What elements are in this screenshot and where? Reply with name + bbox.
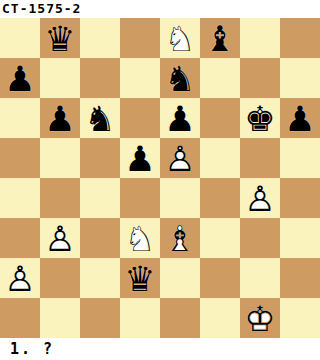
square-c2[interactable] bbox=[80, 258, 120, 298]
square-f7[interactable] bbox=[200, 58, 240, 98]
square-g6[interactable]: ♚ bbox=[240, 98, 280, 138]
square-a1[interactable] bbox=[0, 298, 40, 338]
square-h5[interactable] bbox=[280, 138, 320, 178]
square-b2[interactable] bbox=[40, 258, 80, 298]
square-d8[interactable] bbox=[120, 18, 160, 58]
piece-black-queen: ♛ bbox=[120, 258, 160, 298]
square-g3[interactable] bbox=[240, 218, 280, 258]
piece-white-king-outline: ♔ bbox=[240, 298, 280, 338]
piece-black-queen: ♛ bbox=[40, 18, 80, 58]
square-c7[interactable] bbox=[80, 58, 120, 98]
piece-white-pawn-outline: ♙ bbox=[40, 218, 80, 258]
square-b6[interactable]: ♟ bbox=[40, 98, 80, 138]
square-f5[interactable] bbox=[200, 138, 240, 178]
square-h6[interactable]: ♟ bbox=[280, 98, 320, 138]
square-g4[interactable]: ♟♙ bbox=[240, 178, 280, 218]
square-f1[interactable] bbox=[200, 298, 240, 338]
piece-black-bishop: ♝ bbox=[200, 18, 240, 58]
square-c4[interactable] bbox=[80, 178, 120, 218]
piece-black-pawn: ♟ bbox=[0, 58, 40, 98]
square-h3[interactable] bbox=[280, 218, 320, 258]
square-g5[interactable] bbox=[240, 138, 280, 178]
square-g1[interactable]: ♚♔ bbox=[240, 298, 280, 338]
square-b4[interactable] bbox=[40, 178, 80, 218]
piece-black-pawn: ♟ bbox=[120, 138, 160, 178]
piece-black-pawn: ♟ bbox=[280, 98, 320, 138]
piece-black-pawn: ♟ bbox=[40, 98, 80, 138]
square-h7[interactable] bbox=[280, 58, 320, 98]
square-b1[interactable] bbox=[40, 298, 80, 338]
title-bar: CT-1575-2 bbox=[0, 0, 320, 18]
square-b7[interactable] bbox=[40, 58, 80, 98]
piece-white-knight-outline: ♘ bbox=[120, 218, 160, 258]
square-d6[interactable] bbox=[120, 98, 160, 138]
square-c1[interactable] bbox=[80, 298, 120, 338]
piece-black-knight: ♞ bbox=[160, 58, 200, 98]
square-a5[interactable] bbox=[0, 138, 40, 178]
square-b5[interactable] bbox=[40, 138, 80, 178]
square-d7[interactable] bbox=[120, 58, 160, 98]
square-d5[interactable]: ♟ bbox=[120, 138, 160, 178]
square-d1[interactable] bbox=[120, 298, 160, 338]
square-b8[interactable]: ♛ bbox=[40, 18, 80, 58]
piece-black-knight: ♞ bbox=[80, 98, 120, 138]
square-h2[interactable] bbox=[280, 258, 320, 298]
square-h4[interactable] bbox=[280, 178, 320, 218]
square-e4[interactable] bbox=[160, 178, 200, 218]
square-f4[interactable] bbox=[200, 178, 240, 218]
square-e1[interactable] bbox=[160, 298, 200, 338]
square-c3[interactable] bbox=[80, 218, 120, 258]
square-e3[interactable]: ♝♗ bbox=[160, 218, 200, 258]
piece-white-bishop-outline: ♗ bbox=[160, 218, 200, 258]
square-a2[interactable]: ♟♙ bbox=[0, 258, 40, 298]
square-h1[interactable] bbox=[280, 298, 320, 338]
square-e2[interactable] bbox=[160, 258, 200, 298]
square-e6[interactable]: ♟ bbox=[160, 98, 200, 138]
chess-board: ♛♞♘♝♟♞♟♞♟♚♟♟♟♙♟♙♟♙♞♘♝♗♟♙♛♚♔ bbox=[0, 18, 320, 338]
piece-black-king: ♚ bbox=[240, 98, 280, 138]
square-f6[interactable] bbox=[200, 98, 240, 138]
status-bar: 1. ? bbox=[0, 338, 320, 360]
square-g2[interactable] bbox=[240, 258, 280, 298]
square-a3[interactable] bbox=[0, 218, 40, 258]
piece-black-pawn: ♟ bbox=[160, 98, 200, 138]
square-d3[interactable]: ♞♘ bbox=[120, 218, 160, 258]
square-c8[interactable] bbox=[80, 18, 120, 58]
square-a6[interactable] bbox=[0, 98, 40, 138]
square-b3[interactable]: ♟♙ bbox=[40, 218, 80, 258]
square-d2[interactable]: ♛ bbox=[120, 258, 160, 298]
move-prompt: 1. ? bbox=[10, 340, 54, 358]
square-a4[interactable] bbox=[0, 178, 40, 218]
square-c6[interactable]: ♞ bbox=[80, 98, 120, 138]
square-d4[interactable] bbox=[120, 178, 160, 218]
piece-white-pawn-outline: ♙ bbox=[160, 138, 200, 178]
puzzle-title: CT-1575-2 bbox=[2, 1, 81, 16]
square-f2[interactable] bbox=[200, 258, 240, 298]
square-g8[interactable] bbox=[240, 18, 280, 58]
square-e5[interactable]: ♟♙ bbox=[160, 138, 200, 178]
square-c5[interactable] bbox=[80, 138, 120, 178]
piece-white-knight-outline: ♘ bbox=[160, 18, 200, 58]
square-e7[interactable]: ♞ bbox=[160, 58, 200, 98]
square-e8[interactable]: ♞♘ bbox=[160, 18, 200, 58]
square-h8[interactable] bbox=[280, 18, 320, 58]
piece-white-pawn-outline: ♙ bbox=[0, 258, 40, 298]
square-f3[interactable] bbox=[200, 218, 240, 258]
square-a8[interactable] bbox=[0, 18, 40, 58]
square-a7[interactable]: ♟ bbox=[0, 58, 40, 98]
square-f8[interactable]: ♝ bbox=[200, 18, 240, 58]
piece-white-pawn-outline: ♙ bbox=[240, 178, 280, 218]
square-g7[interactable] bbox=[240, 58, 280, 98]
